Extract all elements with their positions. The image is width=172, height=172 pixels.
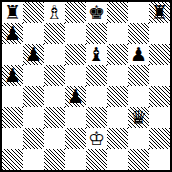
- square-f7[interactable]: [107, 23, 128, 44]
- square-e8[interactable]: ♚: [86, 2, 107, 23]
- square-h7[interactable]: [149, 23, 170, 44]
- square-a6[interactable]: [2, 44, 23, 65]
- square-c6[interactable]: [44, 44, 65, 65]
- square-a2[interactable]: [2, 128, 23, 149]
- square-c5[interactable]: [44, 65, 65, 86]
- square-d5[interactable]: [65, 65, 86, 86]
- square-b1[interactable]: [23, 149, 44, 170]
- square-h3[interactable]: [149, 107, 170, 128]
- square-a1[interactable]: [2, 149, 23, 170]
- square-d8[interactable]: [65, 2, 86, 23]
- square-a8[interactable]: ♜: [2, 2, 23, 23]
- black-pawn-icon: ♟: [2, 23, 23, 44]
- square-d4[interactable]: ♟: [65, 86, 86, 107]
- square-a7[interactable]: ♟: [2, 23, 23, 44]
- square-g7[interactable]: [128, 23, 149, 44]
- square-g8[interactable]: [128, 2, 149, 23]
- square-a4[interactable]: [2, 86, 23, 107]
- square-h4[interactable]: [149, 86, 170, 107]
- square-a5[interactable]: ♟: [2, 65, 23, 86]
- square-h6[interactable]: [149, 44, 170, 65]
- square-b7[interactable]: [23, 23, 44, 44]
- square-b8[interactable]: [23, 2, 44, 23]
- square-c7[interactable]: [44, 23, 65, 44]
- black-rook-icon: ♜: [2, 2, 23, 23]
- square-e7[interactable]: [86, 23, 107, 44]
- square-f4[interactable]: [107, 86, 128, 107]
- square-c2[interactable]: [44, 128, 65, 149]
- square-f6[interactable]: [107, 44, 128, 65]
- square-e5[interactable]: [86, 65, 107, 86]
- square-e2[interactable]: ♔: [86, 128, 107, 149]
- square-h8[interactable]: ♜: [149, 2, 170, 23]
- square-e6[interactable]: ♝: [86, 44, 107, 65]
- square-d6[interactable]: [65, 44, 86, 65]
- square-b6[interactable]: ♟: [23, 44, 44, 65]
- square-h2[interactable]: [149, 128, 170, 149]
- square-g5[interactable]: [128, 65, 149, 86]
- white-bishop-icon: ♗: [44, 2, 65, 23]
- square-b3[interactable]: [23, 107, 44, 128]
- square-h5[interactable]: [149, 65, 170, 86]
- square-d7[interactable]: [65, 23, 86, 44]
- square-e3[interactable]: [86, 107, 107, 128]
- square-g2[interactable]: [128, 128, 149, 149]
- square-c1[interactable]: [44, 149, 65, 170]
- board-frame: ♜♗♚♜♟♟♝♟♟♟♛♔: [0, 0, 172, 172]
- square-b4[interactable]: [23, 86, 44, 107]
- square-c8[interactable]: ♗: [44, 2, 65, 23]
- square-g1[interactable]: [128, 149, 149, 170]
- square-f5[interactable]: [107, 65, 128, 86]
- square-c4[interactable]: [44, 86, 65, 107]
- square-f2[interactable]: [107, 128, 128, 149]
- square-h1[interactable]: [149, 149, 170, 170]
- square-g3[interactable]: ♛: [128, 107, 149, 128]
- square-f3[interactable]: [107, 107, 128, 128]
- black-pawn-icon: ♟: [65, 86, 86, 107]
- black-king-icon: ♚: [86, 2, 107, 23]
- white-king-icon: ♔: [86, 128, 107, 149]
- black-pawn-icon: ♟: [23, 44, 44, 65]
- square-b2[interactable]: [23, 128, 44, 149]
- square-a3[interactable]: [2, 107, 23, 128]
- square-e1[interactable]: [86, 149, 107, 170]
- black-queen-icon: ♛: [128, 107, 149, 128]
- square-e4[interactable]: [86, 86, 107, 107]
- square-f8[interactable]: [107, 2, 128, 23]
- square-d1[interactable]: [65, 149, 86, 170]
- black-pawn-icon: ♟: [2, 65, 23, 86]
- square-d2[interactable]: [65, 128, 86, 149]
- black-rook-icon: ♜: [149, 2, 170, 23]
- square-d3[interactable]: [65, 107, 86, 128]
- square-g4[interactable]: [128, 86, 149, 107]
- chessboard: ♜♗♚♜♟♟♝♟♟♟♛♔: [2, 2, 170, 170]
- square-c3[interactable]: [44, 107, 65, 128]
- black-bishop-icon: ♝: [86, 44, 107, 65]
- black-pawn-icon: ♟: [128, 44, 149, 65]
- square-g6[interactable]: ♟: [128, 44, 149, 65]
- square-b5[interactable]: [23, 65, 44, 86]
- square-f1[interactable]: [107, 149, 128, 170]
